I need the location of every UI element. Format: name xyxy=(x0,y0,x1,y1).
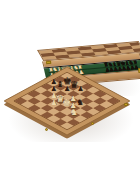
brass-board-clasp-icon xyxy=(124,103,128,106)
brass-hinge-icon xyxy=(46,61,51,64)
brass-foot-left-icon xyxy=(45,128,48,131)
chess-set-photo: ♜♞♝♛♚♝♞♜♜♞♝♛♚♝♞♜♟♟♟♟♟♟♟♟♟♟♟♟♟♟♟♟ ♚♛♟♟♝♟♟… xyxy=(0,0,140,187)
brass-foot-right-icon xyxy=(91,122,94,125)
brass-clasp-icon xyxy=(138,68,140,73)
